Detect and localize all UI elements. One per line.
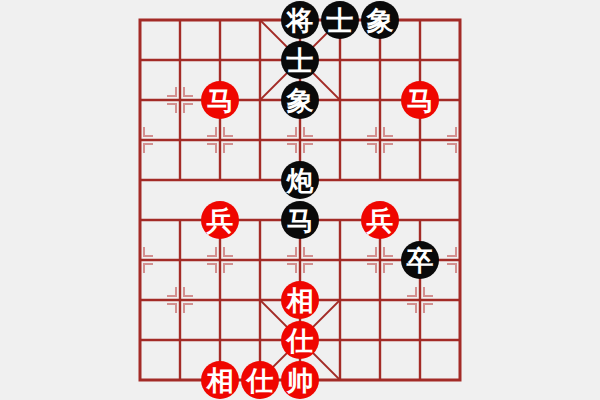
board-point: 马 [400,80,440,120]
piece-red-soldier-1[interactable]: 兵 [201,201,239,239]
pieces-grid: 将士象士象马马炮兵马兵卒相仕相仕帅 [120,0,480,400]
piece-black-horse[interactable]: 马 [281,201,319,239]
board-point: 相 [200,360,240,400]
piece-red-general[interactable]: 帅 [281,361,319,399]
piece-black-cannon[interactable]: 炮 [281,161,319,199]
board-point: 马 [200,80,240,120]
board-point: 象 [280,80,320,120]
piece-red-advisor-1[interactable]: 仕 [281,321,319,359]
board-point: 仕 [240,360,280,400]
piece-black-advisor-1[interactable]: 士 [321,1,359,39]
piece-red-elephant-2[interactable]: 相 [201,361,239,399]
piece-red-soldier-2[interactable]: 兵 [361,201,399,239]
board-point: 士 [320,0,360,40]
piece-black-elephant-1[interactable]: 象 [361,1,399,39]
board-point: 兵 [200,200,240,240]
piece-red-advisor-2[interactable]: 仕 [241,361,279,399]
piece-red-horse-1[interactable]: 马 [201,81,239,119]
board-point: 兵 [360,200,400,240]
board-point: 士 [280,40,320,80]
board-point: 象 [360,0,400,40]
board-point: 马 [280,200,320,240]
xiangqi-board: 将士象士象马马炮兵马兵卒相仕相仕帅 [0,0,600,400]
board-point: 卒 [400,240,440,280]
piece-black-general[interactable]: 将 [281,1,319,39]
board-point: 炮 [280,160,320,200]
piece-black-elephant-2[interactable]: 象 [281,81,319,119]
piece-red-horse-2[interactable]: 马 [401,81,439,119]
board-point: 相 [280,280,320,320]
board-point: 将 [280,0,320,40]
board-point: 帅 [280,360,320,400]
piece-red-elephant-1[interactable]: 相 [281,281,319,319]
piece-black-soldier[interactable]: 卒 [401,241,439,279]
piece-black-advisor-2[interactable]: 士 [281,41,319,79]
board-point: 仕 [280,320,320,360]
